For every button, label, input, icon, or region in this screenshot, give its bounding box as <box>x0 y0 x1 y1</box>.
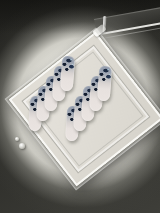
case-latch-pin <box>19 143 25 149</box>
product-photo-scene <box>0 0 160 213</box>
nail-set <box>0 0 160 213</box>
press-on-nail <box>97 66 112 102</box>
case-latch-pin-small <box>15 137 19 141</box>
press-on-nail <box>60 56 75 92</box>
